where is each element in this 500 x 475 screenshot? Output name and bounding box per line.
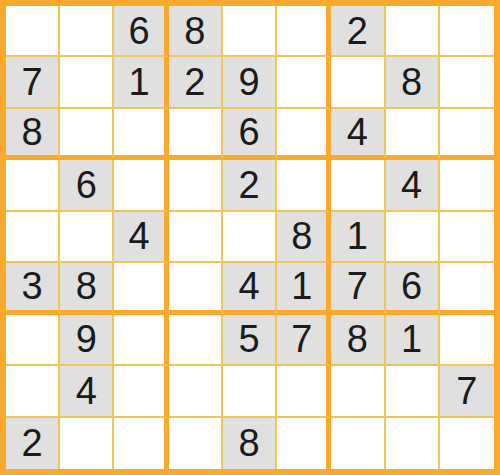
cell-r3c9[interactable] (440, 109, 494, 160)
cell-r4c6[interactable] (277, 160, 331, 211)
cell-r7c6: 7 (277, 315, 331, 366)
cell-r4c4[interactable] (169, 160, 223, 211)
cell-r6c9[interactable] (440, 263, 494, 314)
cell-r2c9[interactable] (440, 57, 494, 108)
cell-r8c6[interactable] (277, 366, 331, 417)
cell-r8c2: 4 (60, 366, 114, 417)
cell-r1c7: 2 (331, 6, 385, 57)
cell-r6c4[interactable] (169, 263, 223, 314)
cell-r6c2: 8 (60, 263, 114, 314)
cell-r1c3: 6 (114, 6, 168, 57)
cell-r3c7: 4 (331, 109, 385, 160)
cell-r2c2[interactable] (60, 57, 114, 108)
cell-r8c1[interactable] (6, 366, 60, 417)
cell-r5c4[interactable] (169, 212, 223, 263)
cell-r7c9[interactable] (440, 315, 494, 366)
cell-r3c3[interactable] (114, 109, 168, 160)
cell-r4c1[interactable] (6, 160, 60, 211)
cell-r1c8[interactable] (386, 6, 440, 57)
cell-r1c1[interactable] (6, 6, 60, 57)
cell-r6c6: 1 (277, 263, 331, 314)
cell-r2c8: 8 (386, 57, 440, 108)
cell-r2c3: 1 (114, 57, 168, 108)
cell-r9c2[interactable] (60, 418, 114, 469)
cell-r1c6[interactable] (277, 6, 331, 57)
cell-r4c7[interactable] (331, 160, 385, 211)
cell-r1c2[interactable] (60, 6, 114, 57)
cell-r4c2: 6 (60, 160, 114, 211)
cell-r6c8: 6 (386, 263, 440, 314)
cell-r3c8[interactable] (386, 109, 440, 160)
cell-r3c5: 6 (223, 109, 277, 160)
cell-r7c2: 9 (60, 315, 114, 366)
cell-r6c3[interactable] (114, 263, 168, 314)
cell-r7c4[interactable] (169, 315, 223, 366)
cell-r5c9[interactable] (440, 212, 494, 263)
cell-r4c5: 2 (223, 160, 277, 211)
cell-r2c1: 7 (6, 57, 60, 108)
cell-r3c6[interactable] (277, 109, 331, 160)
cell-r7c1[interactable] (6, 315, 60, 366)
cell-r9c7[interactable] (331, 418, 385, 469)
sudoku-board: 68271298864624481384176957814728 (0, 0, 500, 475)
cell-r4c8: 4 (386, 160, 440, 211)
cell-r7c7: 8 (331, 315, 385, 366)
cell-r5c3: 4 (114, 212, 168, 263)
cell-r6c7: 7 (331, 263, 385, 314)
cell-r3c4[interactable] (169, 109, 223, 160)
cell-r9c5: 8 (223, 418, 277, 469)
cell-r5c6: 8 (277, 212, 331, 263)
cell-r2c7[interactable] (331, 57, 385, 108)
cell-r9c9[interactable] (440, 418, 494, 469)
cell-r7c5: 5 (223, 315, 277, 366)
cell-r9c8[interactable] (386, 418, 440, 469)
cell-r9c3[interactable] (114, 418, 168, 469)
cell-r3c2[interactable] (60, 109, 114, 160)
cell-r8c8[interactable] (386, 366, 440, 417)
cell-r5c1[interactable] (6, 212, 60, 263)
cell-r1c9[interactable] (440, 6, 494, 57)
cell-r3c1: 8 (6, 109, 60, 160)
cell-r2c6[interactable] (277, 57, 331, 108)
cell-r6c5: 4 (223, 263, 277, 314)
cell-r5c7: 1 (331, 212, 385, 263)
cell-r4c3[interactable] (114, 160, 168, 211)
cell-r9c4[interactable] (169, 418, 223, 469)
cell-r7c8: 1 (386, 315, 440, 366)
cell-r5c2[interactable] (60, 212, 114, 263)
cell-r8c5[interactable] (223, 366, 277, 417)
cell-r5c5[interactable] (223, 212, 277, 263)
cell-r4c9[interactable] (440, 160, 494, 211)
cell-r8c3[interactable] (114, 366, 168, 417)
cell-r1c5[interactable] (223, 6, 277, 57)
cell-r7c3[interactable] (114, 315, 168, 366)
cell-r5c8[interactable] (386, 212, 440, 263)
cell-r1c4: 8 (169, 6, 223, 57)
cell-r9c1: 2 (6, 418, 60, 469)
cell-r8c7[interactable] (331, 366, 385, 417)
cell-r9c6[interactable] (277, 418, 331, 469)
cell-r8c9: 7 (440, 366, 494, 417)
cell-r2c5: 9 (223, 57, 277, 108)
cell-r6c1: 3 (6, 263, 60, 314)
cell-r8c4[interactable] (169, 366, 223, 417)
cell-r2c4: 2 (169, 57, 223, 108)
